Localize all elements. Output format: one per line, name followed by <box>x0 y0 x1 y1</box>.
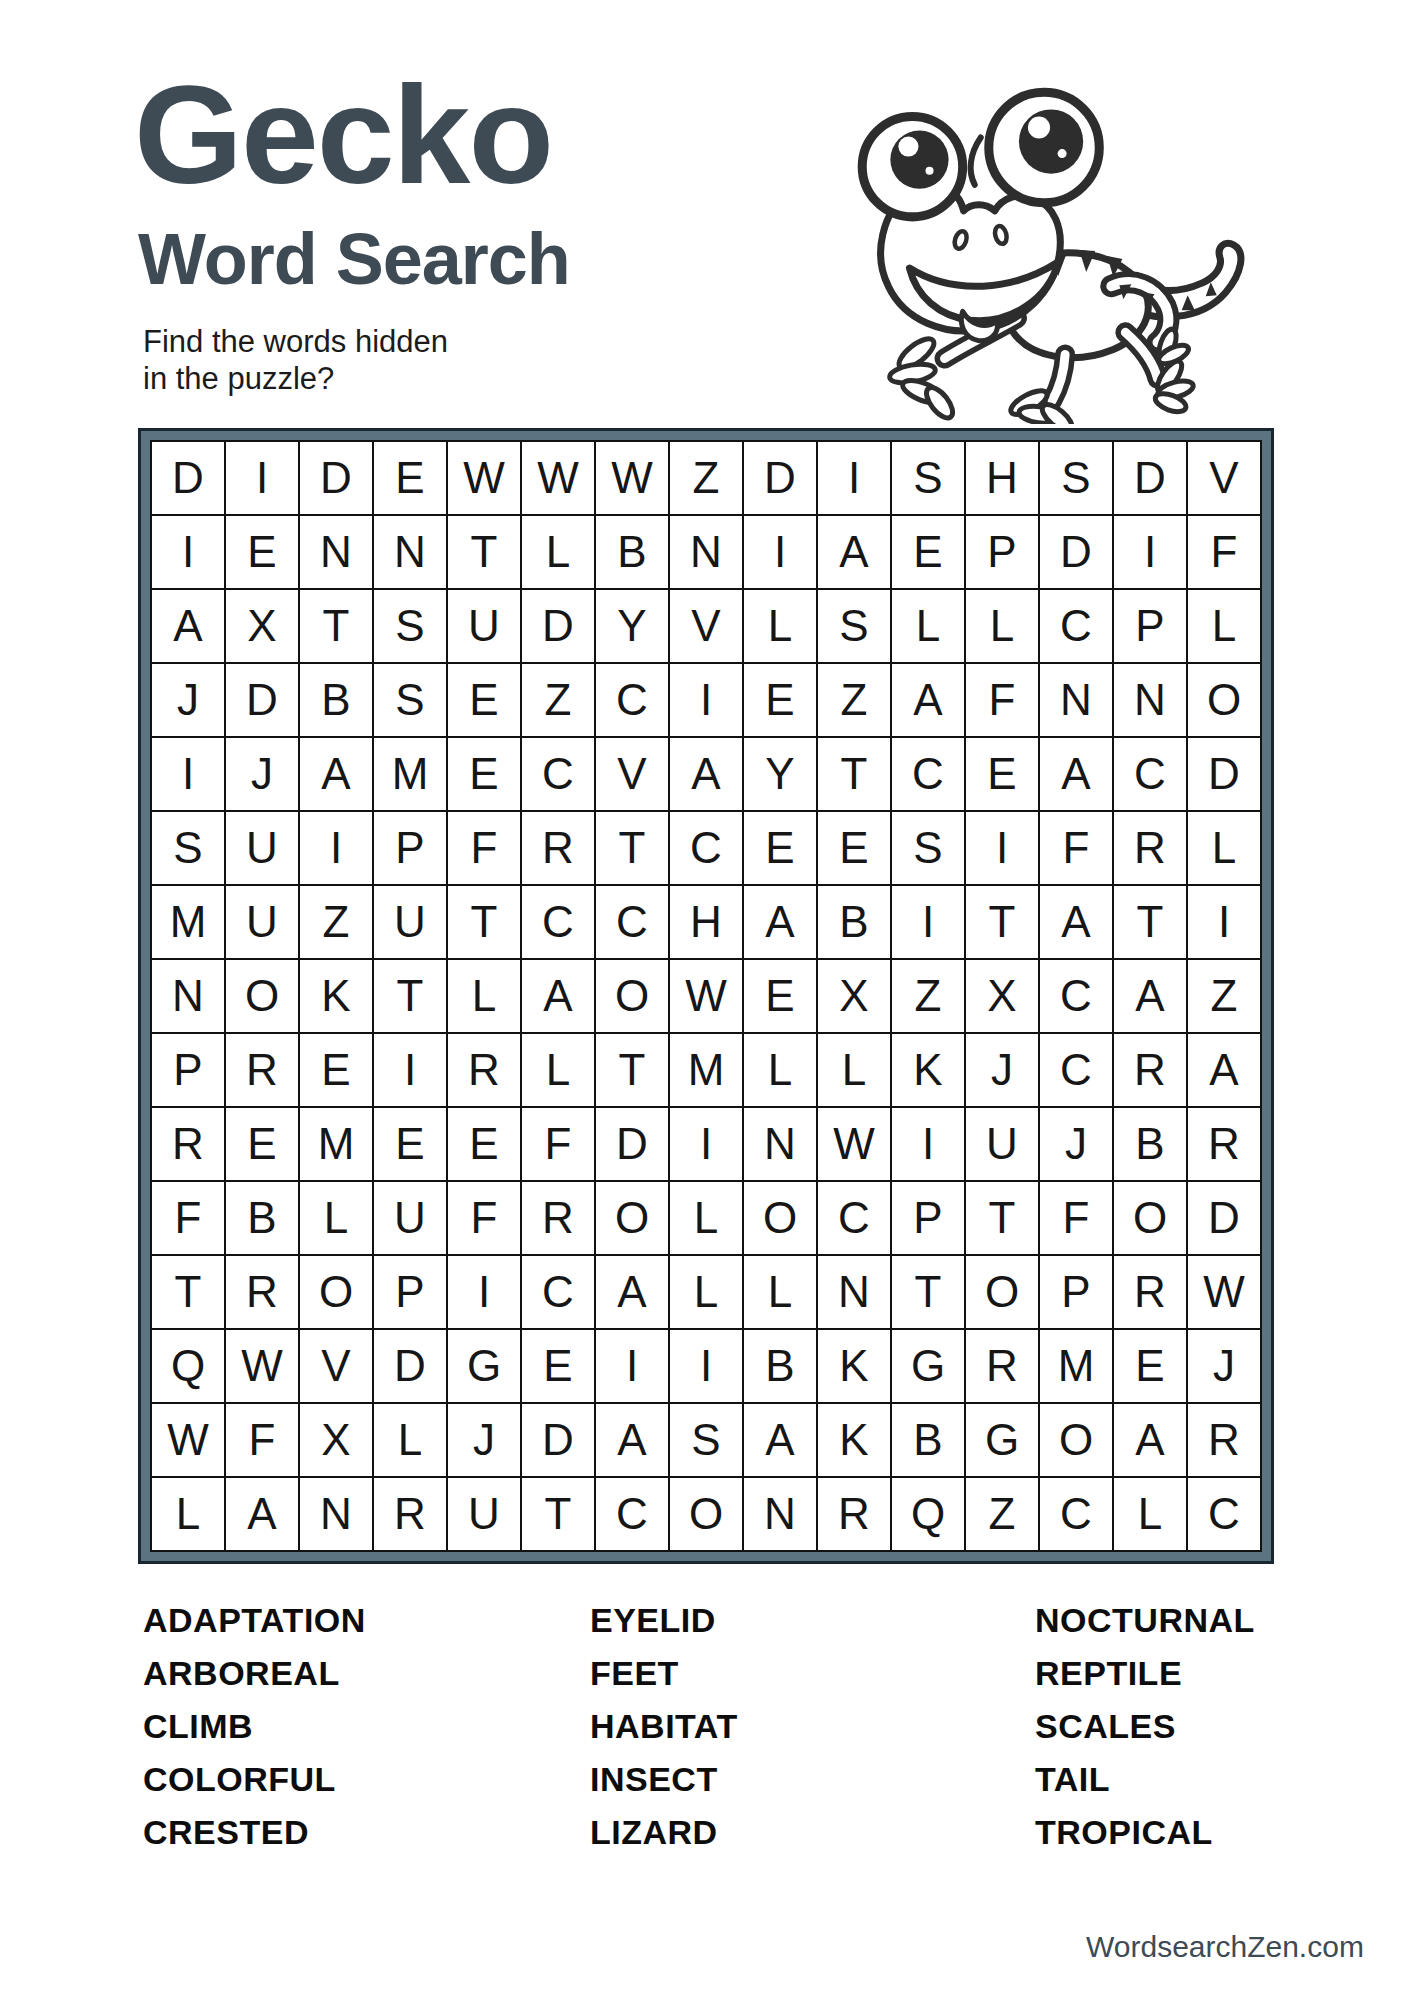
grid-cell: X <box>299 1403 373 1477</box>
grid-cell: S <box>891 441 965 515</box>
grid-cell: A <box>1113 959 1187 1033</box>
grid-cell: O <box>669 1477 743 1551</box>
grid-cell: E <box>447 737 521 811</box>
grid-cell: M <box>151 885 225 959</box>
grid-cell: F <box>151 1181 225 1255</box>
grid-cell: U <box>373 885 447 959</box>
grid-cell: N <box>1113 663 1187 737</box>
grid-cell: T <box>965 885 1039 959</box>
instructions-line-2: in the puzzle? <box>143 360 448 397</box>
grid-cell: C <box>817 1181 891 1255</box>
grid-cell: E <box>743 811 817 885</box>
grid-cell: S <box>891 811 965 885</box>
grid-cell: U <box>225 885 299 959</box>
grid-cell: A <box>1039 885 1113 959</box>
word-list-item: CLIMB <box>143 1700 366 1753</box>
grid-cell: J <box>225 737 299 811</box>
grid-cell: I <box>1187 885 1261 959</box>
grid-cell: I <box>1113 515 1187 589</box>
grid-cell: W <box>447 441 521 515</box>
grid-cell: A <box>743 885 817 959</box>
grid-cell: I <box>447 1255 521 1329</box>
grid-cell: L <box>743 1033 817 1107</box>
grid-cell: T <box>521 1477 595 1551</box>
grid-cell: L <box>743 589 817 663</box>
grid-cell: R <box>1113 1033 1187 1107</box>
grid-cell: E <box>743 663 817 737</box>
grid-cell: C <box>1187 1477 1261 1551</box>
grid-cell: P <box>891 1181 965 1255</box>
grid-cell: Z <box>521 663 595 737</box>
grid-cell: Y <box>595 589 669 663</box>
grid-cell: R <box>1187 1107 1261 1181</box>
grid-cell: Z <box>299 885 373 959</box>
grid-cell: U <box>447 589 521 663</box>
grid-cell: R <box>225 1255 299 1329</box>
grid-cell: Z <box>817 663 891 737</box>
footer-site-name: WordsearchZen.com <box>1086 1930 1364 1964</box>
grid-cell: R <box>225 1033 299 1107</box>
grid-cell: E <box>965 737 1039 811</box>
grid-cell: R <box>373 1477 447 1551</box>
grid-cell: W <box>1187 1255 1261 1329</box>
grid-cell: C <box>521 1255 595 1329</box>
grid-cell: N <box>817 1255 891 1329</box>
word-list-item: EYELID <box>590 1594 738 1647</box>
grid-cell: C <box>891 737 965 811</box>
grid-cell: R <box>1113 811 1187 885</box>
grid-cell: L <box>965 589 1039 663</box>
grid-cell: R <box>151 1107 225 1181</box>
grid-cell: F <box>447 811 521 885</box>
grid-cell: C <box>595 663 669 737</box>
grid-cell: L <box>521 515 595 589</box>
grid-cell: E <box>521 1329 595 1403</box>
grid-cell: C <box>595 885 669 959</box>
grid-cell: F <box>1039 811 1113 885</box>
grid-cell: P <box>373 811 447 885</box>
grid-cell: R <box>1113 1255 1187 1329</box>
grid-cell: X <box>817 959 891 1033</box>
word-column-1: ADAPTATIONARBOREALCLIMBCOLORFULCRESTED <box>143 1594 366 1859</box>
grid-cell: L <box>521 1033 595 1107</box>
grid-cell: E <box>743 959 817 1033</box>
grid-cell: O <box>595 959 669 1033</box>
word-column-3: NOCTURNALREPTILESCALESTAILTROPICAL <box>1035 1594 1255 1859</box>
grid-cell: G <box>891 1329 965 1403</box>
grid-cell: C <box>1039 1477 1113 1551</box>
grid-cell: A <box>669 737 743 811</box>
grid-cell: A <box>595 1255 669 1329</box>
grid-cell: R <box>1187 1403 1261 1477</box>
grid-cell: Z <box>965 1477 1039 1551</box>
grid-cell: Q <box>151 1329 225 1403</box>
grid-cell: I <box>595 1329 669 1403</box>
grid-cell: I <box>669 1107 743 1181</box>
grid-cell: L <box>817 1033 891 1107</box>
grid-cell: W <box>225 1329 299 1403</box>
grid-cell: F <box>225 1403 299 1477</box>
grid-cell: T <box>595 811 669 885</box>
grid-cell: D <box>521 589 595 663</box>
grid-cell: B <box>595 515 669 589</box>
gecko-eyes <box>862 92 1099 217</box>
grid-cell: Z <box>1187 959 1261 1033</box>
word-list-item: INSECT <box>590 1753 738 1806</box>
grid-cell: Z <box>891 959 965 1033</box>
word-list-item: LIZARD <box>590 1806 738 1859</box>
grid-cell: D <box>1039 515 1113 589</box>
word-list-item: COLORFUL <box>143 1753 366 1806</box>
grid-cell: R <box>521 811 595 885</box>
grid-cell: E <box>1113 1329 1187 1403</box>
grid-cell: T <box>891 1255 965 1329</box>
grid-cell: U <box>447 1477 521 1551</box>
grid-cell: B <box>299 663 373 737</box>
grid-cell: P <box>1113 589 1187 663</box>
grid-cell: S <box>1039 441 1113 515</box>
page: Gecko Word Search Find the words hidden … <box>0 0 1414 2000</box>
grid-cell: T <box>299 589 373 663</box>
grid-cell: I <box>373 1033 447 1107</box>
grid-cell: U <box>225 811 299 885</box>
grid-cell: L <box>151 1477 225 1551</box>
grid-cell: G <box>965 1403 1039 1477</box>
grid-cell: E <box>447 663 521 737</box>
grid-cell: A <box>595 1403 669 1477</box>
grid-cell: Y <box>743 737 817 811</box>
word-list-item: REPTILE <box>1035 1647 1255 1700</box>
grid-cell: E <box>373 1107 447 1181</box>
grid-cell: C <box>595 1477 669 1551</box>
grid-cell: F <box>521 1107 595 1181</box>
grid-cell: V <box>1187 441 1261 515</box>
grid-cell: N <box>299 1477 373 1551</box>
grid-cell: O <box>595 1181 669 1255</box>
grid-cell: T <box>447 885 521 959</box>
page-title: Gecko <box>134 54 552 216</box>
grid-cell: I <box>669 1329 743 1403</box>
grid-cell: O <box>299 1255 373 1329</box>
grid-cell: S <box>373 663 447 737</box>
grid-cell: D <box>151 441 225 515</box>
grid-cell: V <box>669 589 743 663</box>
grid-cell: E <box>447 1107 521 1181</box>
word-list-item: TROPICAL <box>1035 1806 1255 1859</box>
grid-cell: J <box>447 1403 521 1477</box>
grid-cell: N <box>743 1107 817 1181</box>
grid-cell: X <box>965 959 1039 1033</box>
grid-cell: D <box>1187 1181 1261 1255</box>
grid-cell: L <box>373 1403 447 1477</box>
grid-cell: O <box>225 959 299 1033</box>
word-list-item: TAIL <box>1035 1753 1255 1806</box>
grid-cell: B <box>1113 1107 1187 1181</box>
grid-cell: D <box>225 663 299 737</box>
grid-cell: W <box>151 1403 225 1477</box>
instructions-line-1: Find the words hidden <box>143 323 448 360</box>
grid-cell: C <box>1039 589 1113 663</box>
grid-cell: D <box>521 1403 595 1477</box>
grid-cell: J <box>1187 1329 1261 1403</box>
grid-cell: E <box>299 1033 373 1107</box>
grid-cell: W <box>669 959 743 1033</box>
grid-cell: Q <box>891 1477 965 1551</box>
grid-cell: V <box>299 1329 373 1403</box>
letter-grid: DIDEWWWZDISHSDVIENNTLBNIAEPDIFAXTSUDYVLS… <box>150 440 1262 1552</box>
word-list-item: CRESTED <box>143 1806 366 1859</box>
grid-cell: I <box>299 811 373 885</box>
grid-cell: O <box>1187 663 1261 737</box>
grid-cell: H <box>965 441 1039 515</box>
grid-cell: R <box>447 1033 521 1107</box>
grid-cell: L <box>447 959 521 1033</box>
grid-cell: M <box>373 737 447 811</box>
grid-cell: L <box>299 1181 373 1255</box>
grid-cell: N <box>669 515 743 589</box>
grid-cell: R <box>965 1329 1039 1403</box>
grid-cell: A <box>891 663 965 737</box>
grid-cell: B <box>225 1181 299 1255</box>
grid-cell: W <box>595 441 669 515</box>
grid-cell: I <box>743 515 817 589</box>
grid-cell: N <box>151 959 225 1033</box>
grid-cell: E <box>817 811 891 885</box>
grid-cell: M <box>299 1107 373 1181</box>
grid-cell: B <box>743 1329 817 1403</box>
grid-cell: C <box>1039 1033 1113 1107</box>
grid-cell: A <box>743 1403 817 1477</box>
grid-cell: I <box>891 1107 965 1181</box>
grid-cell: R <box>521 1181 595 1255</box>
grid-cell: O <box>1113 1181 1187 1255</box>
grid-cell: F <box>447 1181 521 1255</box>
grid-cell: K <box>817 1403 891 1477</box>
grid-cell: S <box>669 1403 743 1477</box>
grid-cell: A <box>151 589 225 663</box>
grid-cell: A <box>817 515 891 589</box>
grid-cell: K <box>891 1033 965 1107</box>
grid-cell: L <box>669 1181 743 1255</box>
grid-cell: L <box>1187 811 1261 885</box>
grid-cell: A <box>1039 737 1113 811</box>
grid-cell: A <box>299 737 373 811</box>
grid-cell: S <box>373 589 447 663</box>
grid-cell: D <box>299 441 373 515</box>
grid-frame: DIDEWWWZDISHSDVIENNTLBNIAEPDIFAXTSUDYVLS… <box>138 428 1274 1564</box>
grid-cell: I <box>891 885 965 959</box>
grid-cell: C <box>1039 959 1113 1033</box>
grid-cell: N <box>743 1477 817 1551</box>
grid-cell: C <box>1113 737 1187 811</box>
grid-cell: I <box>669 663 743 737</box>
grid-cell: C <box>521 737 595 811</box>
grid-cell: J <box>965 1033 1039 1107</box>
grid-cell: U <box>965 1107 1039 1181</box>
grid-cell: A <box>521 959 595 1033</box>
grid-cell: D <box>373 1329 447 1403</box>
grid-cell: B <box>891 1403 965 1477</box>
grid-cell: H <box>669 885 743 959</box>
grid-cell: O <box>743 1181 817 1255</box>
grid-cell: N <box>299 515 373 589</box>
grid-cell: W <box>817 1107 891 1181</box>
grid-cell: L <box>1187 589 1261 663</box>
grid-cell: V <box>595 737 669 811</box>
grid-cell: D <box>1113 441 1187 515</box>
grid-cell: L <box>743 1255 817 1329</box>
grid-cell: I <box>151 515 225 589</box>
word-list-item: SCALES <box>1035 1700 1255 1753</box>
grid-cell: A <box>1187 1033 1261 1107</box>
grid-cell: S <box>151 811 225 885</box>
grid-cell: J <box>151 663 225 737</box>
grid-cell: N <box>373 515 447 589</box>
grid-cell: A <box>1113 1403 1187 1477</box>
grid-cell: E <box>225 1107 299 1181</box>
grid-cell: P <box>1039 1255 1113 1329</box>
instructions: Find the words hidden in the puzzle? <box>143 323 448 397</box>
grid-cell: E <box>225 515 299 589</box>
word-list-item: ARBOREAL <box>143 1647 366 1700</box>
grid-cell: T <box>817 737 891 811</box>
grid-cell: O <box>965 1255 1039 1329</box>
grid-cell: B <box>817 885 891 959</box>
grid-cell: C <box>669 811 743 885</box>
grid-cell: T <box>151 1255 225 1329</box>
grid-cell: P <box>373 1255 447 1329</box>
word-list-item: NOCTURNAL <box>1035 1594 1255 1647</box>
grid-cell: F <box>1039 1181 1113 1255</box>
grid-cell: O <box>1039 1403 1113 1477</box>
grid-cell: R <box>817 1477 891 1551</box>
grid-cell: E <box>373 441 447 515</box>
grid-cell: T <box>1113 885 1187 959</box>
grid-cell: P <box>151 1033 225 1107</box>
grid-cell: D <box>595 1107 669 1181</box>
grid-cell: I <box>817 441 891 515</box>
grid-cell: P <box>965 515 1039 589</box>
word-list-item: FEET <box>590 1647 738 1700</box>
grid-cell: T <box>595 1033 669 1107</box>
grid-cell: E <box>891 515 965 589</box>
grid-cell: G <box>447 1329 521 1403</box>
grid-cell: T <box>965 1181 1039 1255</box>
word-list-item: ADAPTATION <box>143 1594 366 1647</box>
word-column-2: EYELIDFEETHABITATINSECTLIZARD <box>590 1594 738 1859</box>
grid-cell: U <box>373 1181 447 1255</box>
grid-cell: X <box>225 589 299 663</box>
grid-cell: D <box>1187 737 1261 811</box>
grid-cell: Z <box>669 441 743 515</box>
grid-cell: K <box>299 959 373 1033</box>
grid-cell: J <box>1039 1107 1113 1181</box>
grid-cell: A <box>225 1477 299 1551</box>
grid-cell: M <box>1039 1329 1113 1403</box>
grid-cell: T <box>373 959 447 1033</box>
grid-cell: L <box>669 1255 743 1329</box>
grid-cell: I <box>151 737 225 811</box>
gecko-illustration <box>812 70 1264 424</box>
grid-cell: L <box>1113 1477 1187 1551</box>
word-list-item: HABITAT <box>590 1700 738 1753</box>
grid-cell: F <box>965 663 1039 737</box>
grid-cell: L <box>891 589 965 663</box>
grid-cell: D <box>743 441 817 515</box>
grid-cell: F <box>1187 515 1261 589</box>
grid-cell: W <box>521 441 595 515</box>
grid-cell: I <box>225 441 299 515</box>
grid-cell: T <box>447 515 521 589</box>
grid-cell: N <box>1039 663 1113 737</box>
grid-cell: S <box>817 589 891 663</box>
grid-cell: C <box>521 885 595 959</box>
page-subtitle: Word Search <box>138 218 570 300</box>
grid-cell: I <box>965 811 1039 885</box>
grid-cell: M <box>669 1033 743 1107</box>
grid-cell: K <box>817 1329 891 1403</box>
